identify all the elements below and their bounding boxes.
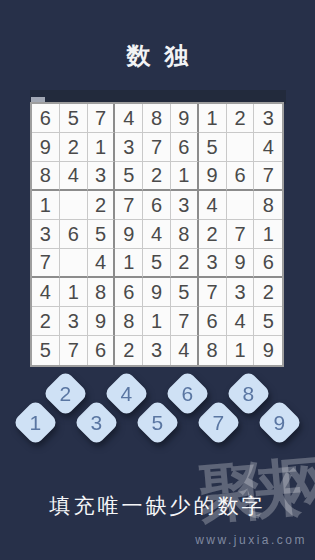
number-tile-label: 7 [212, 411, 224, 435]
sudoku-cell-r8c5: 1 [143, 307, 171, 336]
sudoku-cell-r1c8: 2 [227, 104, 255, 133]
sudoku-cell-r1c5: 8 [143, 104, 171, 133]
sudoku-cell-r7c4: 6 [115, 278, 143, 307]
sudoku-cell-r9c3: 6 [88, 336, 116, 365]
sudoku-cell-r7c6: 5 [171, 278, 199, 307]
sudoku-cell-r4c5: 6 [143, 191, 171, 220]
sudoku-cell-r7c7: 7 [199, 278, 227, 307]
sudoku-cell-r3c7: 9 [199, 162, 227, 191]
number-tile-label: 3 [90, 411, 102, 435]
sudoku-cell-r4c6: 3 [171, 191, 199, 220]
sudoku-cell-r4c9: 8 [254, 191, 282, 220]
sudoku-cell-r9c2: 7 [60, 336, 88, 365]
number-tile-8[interactable]: 8 [232, 377, 265, 410]
sudoku-cell-r5c2: 6 [60, 220, 88, 249]
number-tile-3[interactable]: 3 [80, 406, 113, 439]
sudoku-cell-r5c9: 1 [254, 220, 282, 249]
sudoku-cell-r2c1: 9 [32, 133, 60, 162]
instruction-text: 填充唯一缺少的数字 [0, 492, 315, 520]
watermark-url: www.juxia.com [195, 533, 307, 547]
sudoku-cell-r8c1: 2 [32, 307, 60, 336]
sudoku-cell-r1c6: 9 [171, 104, 199, 133]
sudoku-cell-r2c7: 5 [199, 133, 227, 162]
sudoku-cell-r9c6: 4 [171, 336, 199, 365]
number-tile-6[interactable]: 6 [171, 377, 204, 410]
sudoku-cell-r5c3: 5 [88, 220, 116, 249]
sudoku-cell-r3c6: 1 [171, 162, 199, 191]
sudoku-cell-r8c8: 4 [227, 307, 255, 336]
sudoku-cell-r6c3: 4 [88, 249, 116, 278]
number-tile-label: 8 [243, 382, 255, 406]
sudoku-cell-r7c9: 2 [254, 278, 282, 307]
sudoku-cell-r7c5: 9 [143, 278, 171, 307]
sudoku-cell-r2c3: 1 [88, 133, 116, 162]
sudoku-cell-r5c5: 4 [143, 220, 171, 249]
watermark-logo: 聚侠网 [196, 443, 315, 537]
number-tile-4[interactable]: 4 [110, 377, 143, 410]
sudoku-cell-r9c4: 2 [115, 336, 143, 365]
sudoku-cell-r6c4: 1 [115, 249, 143, 278]
sudoku-cell-r2c9: 4 [254, 133, 282, 162]
page-title: 数独 [0, 40, 315, 72]
number-tile-5[interactable]: 5 [141, 406, 174, 439]
sudoku-cell-r1c7: 1 [199, 104, 227, 133]
sudoku-cell-r2c8[interactable] [227, 133, 255, 162]
sudoku-cell-r9c1: 5 [32, 336, 60, 365]
number-tile-label: 6 [182, 382, 194, 406]
sudoku-cell-r8c9: 5 [254, 307, 282, 336]
number-tile-label: 5 [151, 411, 163, 435]
sudoku-cell-r3c8: 6 [227, 162, 255, 191]
sudoku-cell-r8c2: 3 [60, 307, 88, 336]
sudoku-cell-r5c1: 3 [32, 220, 60, 249]
sudoku-cell-r4c2[interactable] [60, 191, 88, 220]
sudoku-cell-r6c5: 5 [143, 249, 171, 278]
sudoku-cell-r3c2: 4 [60, 162, 88, 191]
sudoku-cell-r3c5: 2 [143, 162, 171, 191]
sudoku-cell-r6c9: 6 [254, 249, 282, 278]
sudoku-cell-r4c1: 1 [32, 191, 60, 220]
sudoku-cell-r3c3: 3 [88, 162, 116, 191]
sudoku-cell-r5c6: 8 [171, 220, 199, 249]
number-tile-label: 1 [29, 411, 41, 435]
sudoku-cell-r4c8[interactable] [227, 191, 255, 220]
sudoku-cell-r6c1: 7 [32, 249, 60, 278]
sudoku-cell-r1c9: 3 [254, 104, 282, 133]
number-tile-label: 4 [121, 382, 133, 406]
sudoku-cell-r1c4: 4 [115, 104, 143, 133]
number-tile-face: 4 [103, 370, 150, 417]
number-tile-9[interactable]: 9 [263, 406, 296, 439]
sudoku-cell-r6c8: 9 [227, 249, 255, 278]
sudoku-board: 6574891239213765484352196712763483659482… [30, 102, 284, 367]
sudoku-cell-r5c4: 9 [115, 220, 143, 249]
number-tile-label: 2 [60, 382, 72, 406]
sudoku-cell-r8c3: 9 [88, 307, 116, 336]
number-tile-label: 9 [273, 411, 285, 435]
sudoku-cell-r6c7: 3 [199, 249, 227, 278]
sudoku-cell-r4c3: 2 [88, 191, 116, 220]
sudoku-cell-r6c2[interactable] [60, 249, 88, 278]
sudoku-cell-r2c4: 3 [115, 133, 143, 162]
sudoku-cell-r9c5: 3 [143, 336, 171, 365]
number-tile-face: 6 [164, 370, 211, 417]
sudoku-cell-r8c7: 6 [199, 307, 227, 336]
sudoku-cell-r7c8: 3 [227, 278, 255, 307]
sudoku-cell-r7c3: 8 [88, 278, 116, 307]
number-tile-2[interactable]: 2 [49, 377, 82, 410]
sudoku-cell-r9c8: 1 [227, 336, 255, 365]
number-tile-face: 2 [42, 370, 89, 417]
sudoku-cell-r2c2: 2 [60, 133, 88, 162]
sudoku-cell-r7c2: 1 [60, 278, 88, 307]
sudoku-cell-r4c4: 7 [115, 191, 143, 220]
sudoku-cell-r8c6: 7 [171, 307, 199, 336]
sudoku-cell-r7c1: 4 [32, 278, 60, 307]
sudoku-cell-r3c4: 5 [115, 162, 143, 191]
sudoku-cell-r3c1: 8 [32, 162, 60, 191]
sudoku-cell-r9c9: 9 [254, 336, 282, 365]
sudoku-cell-r2c6: 6 [171, 133, 199, 162]
sudoku-cell-r9c7: 8 [199, 336, 227, 365]
number-tile-face: 8 [225, 370, 272, 417]
sudoku-cell-r2c5: 7 [143, 133, 171, 162]
sudoku-cell-r1c3: 7 [88, 104, 116, 133]
sudoku-cell-r1c1: 6 [32, 104, 60, 133]
sudoku-cell-r5c7: 2 [199, 220, 227, 249]
sudoku-cell-r5c8: 7 [227, 220, 255, 249]
sudoku-cell-r3c9: 7 [254, 162, 282, 191]
sudoku-cell-r8c4: 8 [115, 307, 143, 336]
number-tile-1[interactable]: 1 [19, 406, 52, 439]
sudoku-cell-r6c6: 2 [171, 249, 199, 278]
number-tile-7[interactable]: 7 [202, 406, 235, 439]
sudoku-cell-r4c7: 4 [199, 191, 227, 220]
sudoku-cell-r1c2: 5 [60, 104, 88, 133]
